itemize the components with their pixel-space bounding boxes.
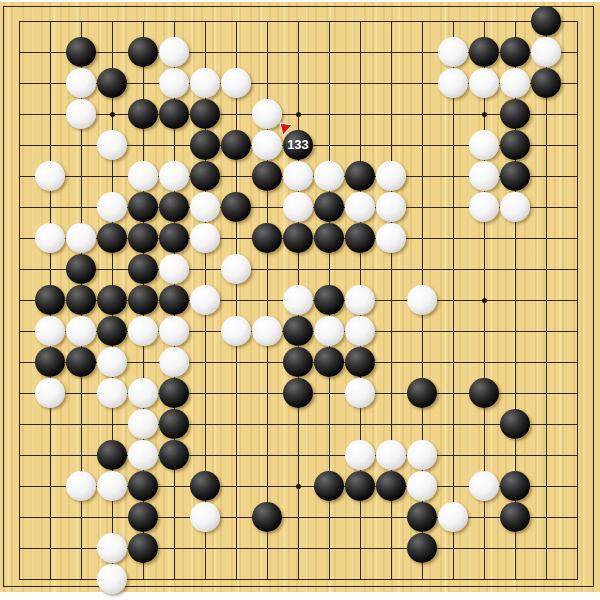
- stone-black: [500, 409, 530, 439]
- stone-black: [469, 378, 499, 408]
- stone-black: [128, 37, 158, 67]
- stone-white: [345, 316, 375, 346]
- stone-white: [345, 378, 375, 408]
- stone-white: [469, 130, 499, 160]
- stone-white: [376, 223, 406, 253]
- stone-black: [190, 99, 220, 129]
- stone-white: [314, 316, 344, 346]
- stone-black: [345, 471, 375, 501]
- stone-black: [283, 316, 313, 346]
- stone-black: [314, 471, 344, 501]
- stone-black: [35, 285, 65, 315]
- stone-white: [221, 254, 251, 284]
- stone-black: [314, 285, 344, 315]
- stone-black: [500, 161, 530, 191]
- stone-white: [283, 285, 313, 315]
- stone-black: [97, 285, 127, 315]
- stone-white: [252, 130, 282, 160]
- grid-line-horizontal: [19, 517, 578, 518]
- stone-black: [314, 192, 344, 222]
- stone-black: [97, 223, 127, 253]
- stone-white: [438, 68, 468, 98]
- stone-black: [66, 254, 96, 284]
- stone-black: [531, 6, 561, 36]
- stone-white: [97, 192, 127, 222]
- stone-white: [66, 99, 96, 129]
- stone-white: [128, 378, 158, 408]
- stone-black: [314, 347, 344, 377]
- stone-white: [252, 99, 282, 129]
- stone-white: [469, 192, 499, 222]
- stone-black: [128, 285, 158, 315]
- stone-black: [283, 223, 313, 253]
- stone-black: [500, 99, 530, 129]
- stone-black: [283, 347, 313, 377]
- stone-white: [35, 316, 65, 346]
- stone-black: [345, 347, 375, 377]
- stone-white: [128, 161, 158, 191]
- stone-black: [128, 192, 158, 222]
- stone-white: [252, 316, 282, 346]
- stone-white: [376, 440, 406, 470]
- stone-black: [252, 161, 282, 191]
- grid-line-horizontal: [19, 424, 578, 425]
- stone-black: [97, 440, 127, 470]
- stone-white: [438, 37, 468, 67]
- stone-white: [531, 37, 561, 67]
- stone-white: [190, 285, 220, 315]
- stone-black: [159, 440, 189, 470]
- stone-black: [500, 502, 530, 532]
- stone-black: [190, 161, 220, 191]
- stone-black: [407, 502, 437, 532]
- stone-white: [128, 316, 158, 346]
- stone-white: [376, 161, 406, 191]
- stone-black: [159, 223, 189, 253]
- stone-black: [159, 409, 189, 439]
- stone-white: [190, 192, 220, 222]
- stone-black: [252, 502, 282, 532]
- stone-black: [128, 533, 158, 563]
- stone-white: [66, 223, 96, 253]
- stone-white: [345, 440, 375, 470]
- stone-black: [531, 68, 561, 98]
- stone-black: [500, 130, 530, 160]
- stone-white: [500, 68, 530, 98]
- stone-black: [190, 471, 220, 501]
- stone-white: [469, 471, 499, 501]
- stone-black: [345, 223, 375, 253]
- stone-white: [97, 347, 127, 377]
- stone-white: [469, 68, 499, 98]
- stone-white: [407, 285, 437, 315]
- stone-black: [407, 378, 437, 408]
- stone-black: [376, 471, 406, 501]
- stone-black: [97, 316, 127, 346]
- stone-white: [190, 502, 220, 532]
- go-board[interactable]: 133: [0, 0, 600, 600]
- stone-black: [97, 68, 127, 98]
- star-point: [296, 484, 301, 489]
- stone-black: [190, 130, 220, 160]
- stone-white: [407, 471, 437, 501]
- stone-white: [97, 564, 127, 594]
- stone-white: [97, 130, 127, 160]
- stone-black: [128, 471, 158, 501]
- stone-white: [438, 502, 468, 532]
- stone-white: [221, 68, 251, 98]
- last-move-marker-icon: [279, 122, 294, 137]
- stone-white: [159, 161, 189, 191]
- stone-white: [283, 192, 313, 222]
- stone-white: [97, 533, 127, 563]
- stone-black: [469, 37, 499, 67]
- stone-black: [66, 285, 96, 315]
- stone-white: [35, 223, 65, 253]
- stone-black: [66, 37, 96, 67]
- stone-white: [97, 471, 127, 501]
- stone-black: [283, 378, 313, 408]
- stone-white: [221, 316, 251, 346]
- stone-white: [190, 223, 220, 253]
- stone-black: [314, 223, 344, 253]
- stone-white: [283, 161, 313, 191]
- stone-white: [66, 316, 96, 346]
- stone-black: [66, 347, 96, 377]
- stone-white: [314, 161, 344, 191]
- star-point: [110, 112, 115, 117]
- grid-line-vertical: [453, 21, 454, 580]
- stone-white: [376, 192, 406, 222]
- stone-black: [500, 471, 530, 501]
- grid-line-vertical: [546, 21, 547, 580]
- stone-white: [159, 37, 189, 67]
- star-point: [482, 112, 487, 117]
- stone-white: [190, 68, 220, 98]
- stone-black: [221, 130, 251, 160]
- stone-black: [221, 192, 251, 222]
- stone-black: [159, 378, 189, 408]
- stone-black: [345, 161, 375, 191]
- stone-white: [500, 192, 530, 222]
- stone-white: [97, 378, 127, 408]
- stone-black: [128, 254, 158, 284]
- stone-black: [159, 192, 189, 222]
- star-point: [482, 298, 487, 303]
- stone-black: [159, 99, 189, 129]
- stone-white: [159, 347, 189, 377]
- grid-line-vertical: [577, 21, 578, 580]
- stone-white: [159, 68, 189, 98]
- stone-white: [345, 192, 375, 222]
- stone-white: [66, 68, 96, 98]
- stone-black: [128, 502, 158, 532]
- stone-black: [159, 285, 189, 315]
- stone-white: [407, 440, 437, 470]
- stone-white: [159, 316, 189, 346]
- stone-white: [66, 471, 96, 501]
- stone-white: [128, 440, 158, 470]
- stone-white: [35, 378, 65, 408]
- stone-black: [128, 99, 158, 129]
- stone-black: [252, 223, 282, 253]
- stone-white: [128, 409, 158, 439]
- star-point: [296, 112, 301, 117]
- stone-white: [35, 161, 65, 191]
- stone-black: [407, 533, 437, 563]
- stone-white: [159, 254, 189, 284]
- stone-white: [469, 161, 499, 191]
- stone-black: [128, 223, 158, 253]
- stone-black: [500, 37, 530, 67]
- stone-black: [35, 347, 65, 377]
- stone-white: [345, 285, 375, 315]
